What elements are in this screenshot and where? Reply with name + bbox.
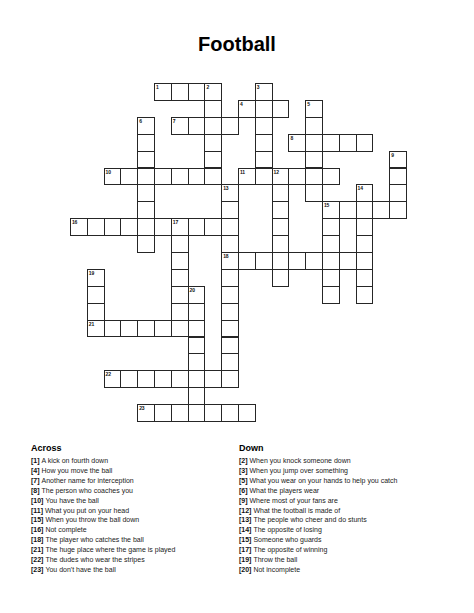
grid-cell-r0c6[interactable] <box>171 83 189 101</box>
grid-cell-r12c15[interactable] <box>322 286 340 304</box>
grid-cell-r5c7[interactable] <box>188 168 206 186</box>
clue-number: [11] <box>31 507 45 514</box>
grid-cell-r17c7[interactable] <box>188 370 206 388</box>
grid-cell-r11c9[interactable] <box>221 269 239 287</box>
clue-down-2: [2] When you knock someone down <box>239 456 469 466</box>
grid-cell-r8c1[interactable] <box>87 218 105 236</box>
grid-cell-r14c4[interactable] <box>137 320 155 338</box>
clue-number: [8] <box>31 487 42 494</box>
grid-cell-r9c12[interactable] <box>272 235 290 253</box>
grid-cell-r19c7[interactable] <box>188 404 206 422</box>
grid-cell-r8c5[interactable] <box>154 218 172 236</box>
down-clues-section: Down [2] When you knock someone down[3] … <box>239 443 469 575</box>
grid-cell-r14c9[interactable] <box>221 320 239 338</box>
grid-cell-r6c12[interactable] <box>272 184 290 202</box>
grid-cell-r19c6[interactable] <box>171 404 189 422</box>
grid-cell-r2c6[interactable]: 7 <box>171 117 189 135</box>
grid-cell-r18c7[interactable] <box>188 387 206 405</box>
grid-cell-r19c10[interactable] <box>238 404 256 422</box>
cell-number-20: 20 <box>190 287 195 293</box>
grid-cell-r14c3[interactable] <box>120 320 138 338</box>
clue-number: [4] <box>31 467 42 474</box>
clue-down-5: [5] What you wear on your hands to help … <box>239 476 469 486</box>
grid-cell-r8c12[interactable] <box>272 218 290 236</box>
clue-number: [20] <box>239 566 253 573</box>
grid-cell-r3c11[interactable] <box>255 134 273 152</box>
grid-cell-r10c6[interactable] <box>171 252 189 270</box>
grid-cell-r0c5[interactable]: 1 <box>154 83 172 101</box>
cell-number-1: 1 <box>156 84 159 90</box>
clue-number: [10] <box>31 497 45 504</box>
grid-cell-r4c8[interactable] <box>204 151 222 169</box>
grid-cell-r9c6[interactable] <box>171 235 189 253</box>
grid-cell-r7c12[interactable] <box>272 201 290 219</box>
grid-cell-r14c7[interactable] <box>188 320 206 338</box>
cell-number-9: 9 <box>391 152 394 158</box>
clue-across-1: [1] A kick on fourth down <box>31 456 233 466</box>
grid-cell-r14c5[interactable] <box>154 320 172 338</box>
grid-cell-r11c17[interactable] <box>356 269 374 287</box>
cell-number-10: 10 <box>106 169 111 175</box>
grid-cell-r2c4[interactable]: 6 <box>137 117 155 135</box>
clue-down-6: [6] What the players wear <box>239 486 469 496</box>
clue-across-4: [4] How you move the ball <box>31 466 233 476</box>
grid-cell-r10c9[interactable]: 18 <box>221 252 239 270</box>
clue-across-7: [7] Another name for interception <box>31 476 233 486</box>
grid-cell-r7c18[interactable] <box>372 201 390 219</box>
clue-across-23: [23] You don't have the ball <box>31 565 233 575</box>
grid-cell-r2c8[interactable] <box>204 117 222 135</box>
grid-cell-r5c8[interactable] <box>204 168 222 186</box>
grid-cell-r7c4[interactable] <box>137 201 155 219</box>
grid-cell-r2c9[interactable] <box>221 117 239 135</box>
grid-cell-r19c9[interactable] <box>221 404 239 422</box>
clue-number: [18] <box>31 536 45 543</box>
clue-number: [22] <box>31 556 45 563</box>
grid-cell-r5c2[interactable]: 10 <box>104 168 122 186</box>
worksheet-page: Football 1234567891011121314151617181920… <box>0 0 474 613</box>
grid-cell-r10c12[interactable] <box>272 252 290 270</box>
grid-cell-r19c8[interactable] <box>204 404 222 422</box>
cell-number-22: 22 <box>106 371 111 377</box>
clue-number: [23] <box>31 566 45 573</box>
clue-number: [15] <box>31 516 45 523</box>
grid-cell-r19c4[interactable]: 23 <box>137 404 155 422</box>
clue-down-17: [17] The opposite of winning <box>239 545 469 555</box>
across-clue-list: [1] A kick on fourth down[4] How you mov… <box>31 456 233 575</box>
cell-number-4: 4 <box>240 101 243 107</box>
grid-cell-r8c15[interactable] <box>322 218 340 236</box>
grid-cell-r10c10[interactable] <box>238 252 256 270</box>
grid-cell-r12c7[interactable]: 20 <box>188 286 206 304</box>
grid-cell-r11c1[interactable]: 19 <box>87 269 105 287</box>
grid-cell-r7c16[interactable] <box>339 201 357 219</box>
cell-number-5: 5 <box>307 101 310 107</box>
grid-cell-r11c12[interactable] <box>272 269 290 287</box>
clue-down-13: [13] The people who cheer and do stunts <box>239 515 469 525</box>
grid-cell-r8c17[interactable] <box>356 218 374 236</box>
crossword-grid: 1234567891011121314151617181920212223 <box>70 83 408 423</box>
grid-cell-r8c0[interactable]: 16 <box>70 218 88 236</box>
clue-across-11: [11] What you put on your head <box>31 506 233 516</box>
grid-cell-r3c15[interactable] <box>322 134 340 152</box>
grid-cell-r4c14[interactable] <box>305 151 323 169</box>
cell-number-23: 23 <box>139 405 144 411</box>
grid-cell-r14c1[interactable]: 21 <box>87 320 105 338</box>
puzzle-title: Football <box>0 33 474 56</box>
cell-number-19: 19 <box>89 270 94 276</box>
across-header: Across <box>31 443 233 453</box>
clue-number: [19] <box>239 556 253 563</box>
grid-cell-r5c3[interactable] <box>120 168 138 186</box>
grid-cell-r15c7[interactable] <box>188 337 206 355</box>
down-clue-list: [2] When you knock someone down[3] When … <box>239 456 469 575</box>
clue-number: [17] <box>239 546 253 553</box>
grid-cell-r10c13[interactable] <box>288 252 306 270</box>
grid-cell-r0c11[interactable]: 3 <box>255 83 273 101</box>
grid-cell-r11c15[interactable] <box>322 269 340 287</box>
clue-down-3: [3] When you jump over something <box>239 466 469 476</box>
grid-cell-r3c4[interactable] <box>137 134 155 152</box>
grid-cell-r7c19[interactable] <box>389 201 407 219</box>
clue-across-8: [8] The person who coaches you <box>31 486 233 496</box>
grid-cell-r5c5[interactable] <box>154 168 172 186</box>
grid-cell-r17c3[interactable] <box>120 370 138 388</box>
clue-down-19: [19] Throw the ball <box>239 555 469 565</box>
clue-down-14: [14] The opposite of losing <box>239 525 469 535</box>
cell-number-16: 16 <box>72 219 77 225</box>
grid-cell-r6c17[interactable]: 14 <box>356 184 374 202</box>
grid-cell-r7c17[interactable] <box>356 201 374 219</box>
grid-cell-r12c6[interactable] <box>171 286 189 304</box>
grid-cell-r17c8[interactable] <box>204 370 222 388</box>
grid-cell-r3c13[interactable]: 8 <box>288 134 306 152</box>
grid-cell-r14c6[interactable] <box>171 320 189 338</box>
grid-cell-r4c19[interactable]: 9 <box>389 151 407 169</box>
cell-number-2: 2 <box>206 84 209 90</box>
grid-cell-r3c14[interactable] <box>305 134 323 152</box>
grid-cell-r10c17[interactable] <box>356 252 374 270</box>
grid-cell-r2c14[interactable] <box>305 117 323 135</box>
grid-cell-r3c8[interactable] <box>204 134 222 152</box>
clue-number: [2] <box>239 457 250 464</box>
grid-cell-r8c2[interactable] <box>104 218 122 236</box>
grid-cell-r16c9[interactable] <box>221 353 239 371</box>
grid-cell-r16c7[interactable] <box>188 353 206 371</box>
grid-cell-r5c15[interactable] <box>322 168 340 186</box>
grid-cell-r10c15[interactable] <box>322 252 340 270</box>
clue-across-18: [18] The player who catches the ball <box>31 535 233 545</box>
cell-number-7: 7 <box>173 118 176 124</box>
clue-down-15: [15] Someone who guards <box>239 535 469 545</box>
grid-cell-r6c14[interactable] <box>305 184 323 202</box>
grid-cell-r10c16[interactable] <box>339 252 357 270</box>
grid-cell-r17c6[interactable] <box>171 370 189 388</box>
grid-cell-r6c19[interactable] <box>389 184 407 202</box>
grid-cell-r11c6[interactable] <box>171 269 189 287</box>
grid-cell-r5c13[interactable] <box>288 168 306 186</box>
clue-number: [14] <box>239 526 253 533</box>
grid-cell-r13c1[interactable] <box>87 303 105 321</box>
grid-cell-r8c7[interactable] <box>188 218 206 236</box>
clue-number: [6] <box>239 487 250 494</box>
grid-cell-r6c9[interactable]: 13 <box>221 184 239 202</box>
grid-cell-r19c5[interactable] <box>154 404 172 422</box>
grid-cell-r6c4[interactable] <box>137 184 155 202</box>
clue-down-9: [9] Where most of your fans are <box>239 496 469 506</box>
cell-number-12: 12 <box>274 169 279 175</box>
cell-number-17: 17 <box>173 219 178 225</box>
grid-cell-r1c10[interactable]: 4 <box>238 100 256 118</box>
grid-cell-r9c15[interactable] <box>322 235 340 253</box>
grid-cell-r4c11[interactable] <box>255 151 273 169</box>
clue-across-15: [15] When you throw the ball down <box>31 515 233 525</box>
down-header: Down <box>239 443 469 453</box>
grid-cell-r8c6[interactable]: 17 <box>171 218 189 236</box>
clue-number: [21] <box>31 546 45 553</box>
grid-cell-r7c9[interactable] <box>221 201 239 219</box>
cell-number-6: 6 <box>139 118 142 124</box>
grid-cell-r17c5[interactable] <box>154 370 172 388</box>
across-clues-section: Across [1] A kick on fourth down[4] How … <box>31 443 233 575</box>
grid-cell-r1c11[interactable] <box>255 100 273 118</box>
grid-cell-r1c8[interactable] <box>204 100 222 118</box>
grid-cell-r5c6[interactable] <box>171 168 189 186</box>
grid-cell-r17c2[interactable]: 22 <box>104 370 122 388</box>
cell-number-13: 13 <box>223 185 228 191</box>
grid-cell-r5c12[interactable]: 12 <box>272 168 290 186</box>
grid-cell-r5c10[interactable]: 11 <box>238 168 256 186</box>
grid-cell-r3c17[interactable] <box>356 134 374 152</box>
grid-cell-r5c19[interactable] <box>389 168 407 186</box>
grid-cell-r13c7[interactable] <box>188 303 206 321</box>
grid-cell-r8c9[interactable] <box>221 218 239 236</box>
clue-number: [7] <box>31 477 42 484</box>
cell-number-3: 3 <box>257 84 260 90</box>
grid-cell-r8c4[interactable] <box>137 218 155 236</box>
grid-cell-r1c12[interactable] <box>272 100 290 118</box>
grid-cell-r14c2[interactable] <box>104 320 122 338</box>
grid-cell-r15c9[interactable] <box>221 337 239 355</box>
grid-cell-r8c8[interactable] <box>204 218 222 236</box>
cell-number-21: 21 <box>89 321 94 327</box>
grid-cell-r1c14[interactable]: 5 <box>305 100 323 118</box>
grid-cell-r10c11[interactable] <box>255 252 273 270</box>
grid-cell-r3c16[interactable] <box>339 134 357 152</box>
clue-across-22: [22] The dudes who wear the stripes <box>31 555 233 565</box>
clue-down-12: [12] What the football is made of <box>239 506 469 516</box>
grid-cell-r5c4[interactable] <box>137 168 155 186</box>
clue-number: [13] <box>239 516 253 523</box>
clue-number: [16] <box>31 526 45 533</box>
clue-down-20: [20] Not incomplete <box>239 565 469 575</box>
grid-cell-r7c15[interactable]: 15 <box>322 201 340 219</box>
clue-across-10: [10] You have the ball <box>31 496 233 506</box>
cell-number-15: 15 <box>324 202 329 208</box>
grid-cell-r0c7[interactable] <box>188 83 206 101</box>
grid-cell-r17c9[interactable] <box>221 370 239 388</box>
clue-number: [3] <box>239 467 250 474</box>
grid-cell-r2c11[interactable] <box>255 117 273 135</box>
clue-across-16: [16] Not complete <box>31 525 233 535</box>
cell-number-8: 8 <box>290 135 293 141</box>
cell-number-11: 11 <box>240 169 245 175</box>
grid-cell-r9c9[interactable] <box>221 235 239 253</box>
grid-cell-r17c4[interactable] <box>137 370 155 388</box>
clue-number: [9] <box>239 497 250 504</box>
grid-cell-r12c9[interactable] <box>221 286 239 304</box>
grid-cell-r8c3[interactable] <box>120 218 138 236</box>
grid-cell-r12c1[interactable] <box>87 286 105 304</box>
grid-cell-r9c17[interactable] <box>356 235 374 253</box>
grid-cell-r5c14[interactable] <box>305 168 323 186</box>
grid-cell-r10c14[interactable] <box>305 252 323 270</box>
clue-across-21: [21] The huge place where the game is pl… <box>31 545 233 555</box>
grid-cell-r4c4[interactable] <box>137 151 155 169</box>
grid-cell-r2c7[interactable] <box>188 117 206 135</box>
grid-cell-r13c6[interactable] <box>171 303 189 321</box>
grid-cell-r13c9[interactable] <box>221 303 239 321</box>
clue-number: [12] <box>239 507 253 514</box>
clue-number: [15] <box>239 536 253 543</box>
grid-cell-r12c17[interactable] <box>356 286 374 304</box>
grid-cell-r0c8[interactable]: 2 <box>204 83 222 101</box>
grid-cell-r9c4[interactable] <box>137 235 155 253</box>
clue-number: [1] <box>31 457 42 464</box>
cell-number-14: 14 <box>358 185 363 191</box>
clue-number: [5] <box>239 477 250 484</box>
cell-number-18: 18 <box>223 253 228 259</box>
grid-cell-r5c11[interactable] <box>255 168 273 186</box>
